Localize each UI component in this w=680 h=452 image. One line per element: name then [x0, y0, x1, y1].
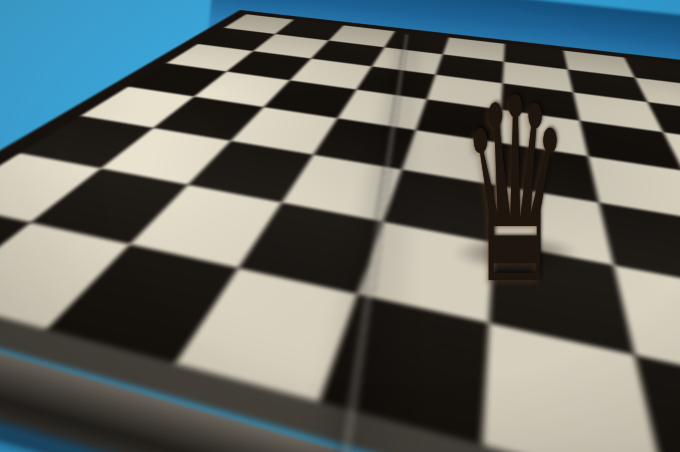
- photo-scene: ♛: [0, 0, 680, 452]
- black-queen: ♛: [460, 64, 570, 319]
